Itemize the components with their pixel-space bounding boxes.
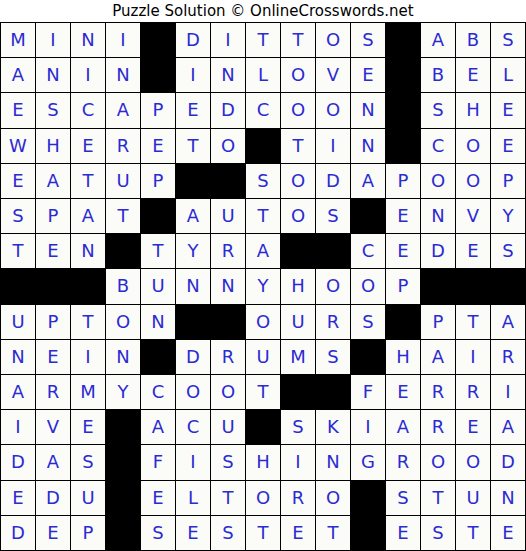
cell-r14c12: S [386,481,420,515]
cell-r4c13: C [421,129,455,163]
cell-letter: O [361,277,375,295]
cell-letter: A [362,172,374,190]
cell-letter: O [466,453,480,471]
cell-letter: T [258,207,269,225]
cell-r3c15: E [491,93,525,127]
cell-letter: F [363,383,373,401]
cell-letter: P [433,313,444,331]
cell-letter: S [362,313,373,331]
cell-r14c6: L [176,481,210,515]
cell-r3c9: O [281,93,315,127]
block-cell-r10c11 [351,340,385,374]
cell-r6c7: U [211,199,245,233]
block-cell-r11c10 [316,375,350,409]
cell-r13c9: I [281,445,315,479]
cell-r9c1: U [1,305,35,339]
cell-r9c13: P [421,305,455,339]
cell-r4c5: E [141,129,175,163]
cell-r5c15: P [491,164,525,198]
cell-letter: E [47,242,58,260]
cell-r11c12: E [386,375,420,409]
cell-r15c13: S [421,516,455,550]
cell-letter: I [470,348,475,366]
cell-letter: I [505,383,510,401]
cell-r15c9: E [281,516,315,550]
cell-r11c8: T [246,375,280,409]
cell-letter: T [83,172,94,190]
cell-letter: A [502,313,514,331]
cell-letter: O [291,101,305,119]
cell-letter: I [295,453,300,471]
block-cell-r8c15 [491,269,525,303]
cell-r15c5: S [141,516,175,550]
cell-letter: B [467,31,479,49]
cell-letter: S [362,31,373,49]
cell-letter: T [188,137,199,155]
cell-r13c11: G [351,445,385,479]
cell-letter: I [190,453,195,471]
cell-letter: A [432,348,444,366]
cell-letter: E [187,101,198,119]
cell-letter: S [502,31,513,49]
cell-letter: S [432,524,443,542]
cell-r12c2: V [36,410,70,444]
cell-letter: I [50,31,55,49]
cell-letter: T [83,313,94,331]
cell-letter: R [502,348,515,366]
cell-letter: H [396,348,410,366]
cell-letter: T [258,524,269,542]
cell-r5c11: A [351,164,385,198]
cell-r7c5: T [141,234,175,268]
cell-letter: P [153,172,164,190]
cell-letter: S [82,453,93,471]
cell-r11c7: O [211,375,245,409]
cell-r12c14: E [456,410,490,444]
block-cell-r6c11 [351,199,385,233]
cell-letter: A [152,418,164,436]
cell-letter: R [432,418,445,436]
cell-r14c14: U [456,481,490,515]
cell-letter: V [467,207,479,225]
cell-r8c8: Y [246,269,280,303]
cell-letter: G [361,453,375,471]
cell-r6c4: T [106,199,140,233]
cell-r8c7: N [211,269,245,303]
cell-letter: O [326,31,340,49]
cell-letter: E [397,242,408,260]
cell-r12c10: K [316,410,350,444]
cell-letter: O [326,489,340,507]
cell-letter: O [466,172,480,190]
cell-r11c3: M [71,375,105,409]
cell-r9c10: R [316,305,350,339]
cell-letter: D [221,101,235,119]
cell-letter: V [47,418,59,436]
cell-r9c5: N [141,305,175,339]
block-cell-r9c7 [211,305,245,339]
cell-r6c13: N [421,199,455,233]
cell-r3c1: E [1,93,35,127]
cell-letter: P [48,207,59,225]
cell-r12c3: E [71,410,105,444]
cell-r4c14: O [456,129,490,163]
cell-r5c4: U [106,164,140,198]
cell-letter: P [48,313,59,331]
cell-r10c1: N [1,340,35,374]
cell-letter: S [12,207,23,225]
cell-r7c12: E [386,234,420,268]
cell-r10c8: U [246,340,280,374]
cell-letter: E [82,137,93,155]
cell-r7c2: E [36,234,70,268]
cell-letter: O [221,137,235,155]
cell-letter: I [225,31,230,49]
cell-r4c10: I [316,129,350,163]
block-cell-r15c11 [351,516,385,550]
cell-r7c15: S [491,234,525,268]
cell-r15c14: T [456,516,490,550]
cell-r4c6: T [176,129,210,163]
cell-letter: O [466,137,480,155]
cell-letter: O [431,453,445,471]
cell-r8c9: H [281,269,315,303]
cell-r12c12: A [386,410,420,444]
cell-r13c12: R [386,445,420,479]
cell-letter: S [432,101,443,119]
cell-letter: E [152,137,163,155]
cell-letter: I [85,348,90,366]
cell-letter: L [188,489,198,507]
cell-letter: R [47,383,60,401]
cell-letter: O [326,277,340,295]
cell-r15c15: E [491,516,525,550]
cell-r4c9: T [281,129,315,163]
cell-r2c9: O [281,58,315,92]
cell-letter: E [82,418,93,436]
block-cell-r2c12 [386,58,420,92]
cell-r4c7: O [211,129,245,163]
cell-r6c12: E [386,199,420,233]
cell-r1c8: T [246,23,280,57]
cell-letter: T [328,524,339,542]
cell-r13c8: H [246,445,280,479]
cell-r10c3: I [71,340,105,374]
cell-r9c14: T [456,305,490,339]
cell-r8c6: N [176,269,210,303]
cell-letter: U [116,172,129,190]
cell-letter: O [326,101,340,119]
cell-r12c13: R [421,410,455,444]
cell-r9c9: U [281,305,315,339]
cell-letter: T [293,31,304,49]
cell-letter: Y [118,383,129,401]
block-cell-r2c5 [141,58,175,92]
block-cell-r9c12 [386,305,420,339]
block-cell-r8c1 [1,269,35,303]
cell-letter: N [46,66,59,84]
cell-letter: E [397,383,408,401]
cell-r7c13: D [421,234,455,268]
cell-r14c8: O [246,481,280,515]
cell-r3c2: S [36,93,70,127]
cell-r13c10: N [316,445,350,479]
block-cell-r12c4 [106,410,140,444]
cell-r9c4: O [106,305,140,339]
cell-letter: C [432,137,445,155]
block-cell-r14c11 [351,481,385,515]
cell-r3c11: N [351,93,385,127]
cell-r13c5: F [141,445,175,479]
cell-letter: O [291,172,305,190]
cell-letter: Y [258,277,269,295]
cell-r7c1: T [1,234,35,268]
cell-r6c15: Y [491,199,525,233]
cell-letter: U [221,418,234,436]
cell-r12c6: C [176,410,210,444]
cell-letter: E [362,66,373,84]
cell-r15c8: T [246,516,280,550]
cell-letter: H [256,453,270,471]
cell-letter: Y [188,242,199,260]
cell-r12c5: A [141,410,175,444]
cell-letter: N [221,277,234,295]
cell-letter: N [186,277,199,295]
cell-r3c14: H [456,93,490,127]
cell-r14c7: T [211,481,245,515]
cell-letter: C [187,418,200,436]
cell-letter: A [12,383,24,401]
cell-letter: W [9,137,27,155]
cell-r1c10: O [316,23,350,57]
cell-r7c7: R [211,234,245,268]
cell-r8c12: P [386,269,420,303]
cell-letter: A [432,31,444,49]
cell-r9c8: O [246,305,280,339]
cell-letter: D [431,242,445,260]
cell-r11c1: A [1,375,35,409]
cell-r10c15: R [491,340,525,374]
cell-r1c11: S [351,23,385,57]
cell-letter: N [81,31,94,49]
cell-r15c3: P [71,516,105,550]
cell-letter: E [502,137,513,155]
cell-letter: B [117,277,129,295]
cell-r9c15: A [491,305,525,339]
cell-letter: O [256,313,270,331]
puzzle-solution-page: Puzzle Solution © OnlineCrosswords.net M… [0,0,526,551]
cell-letter: Y [503,207,514,225]
cell-letter: H [466,101,480,119]
cell-letter: O [116,313,130,331]
block-cell-r1c5 [141,23,175,57]
cell-letter: H [291,277,305,295]
cell-letter: T [293,137,304,155]
cell-r5c2: A [36,164,70,198]
block-cell-r9c6 [176,305,210,339]
cell-r6c14: V [456,199,490,233]
cell-letter: E [397,207,408,225]
cell-r12c11: I [351,410,385,444]
cell-letter: E [187,524,198,542]
cell-r10c13: A [421,340,455,374]
cell-r1c13: A [421,23,455,57]
cell-r10c2: E [36,340,70,374]
cell-letter: T [468,524,479,542]
cell-r15c12: E [386,516,420,550]
cell-r7c14: E [456,234,490,268]
cell-letter: N [11,348,24,366]
cell-r3c10: O [316,93,350,127]
cell-r13c3: S [71,445,105,479]
cell-r11c13: R [421,375,455,409]
cell-letter: V [327,66,339,84]
cell-r1c6: D [176,23,210,57]
cell-r14c13: T [421,481,455,515]
cell-r4c3: E [71,129,105,163]
cell-letter: U [256,348,269,366]
cell-letter: D [46,489,60,507]
cell-letter: A [47,172,59,190]
cell-r14c1: E [1,481,35,515]
block-cell-r7c10 [316,234,350,268]
cell-letter: S [292,418,303,436]
cell-letter: A [257,242,269,260]
cell-letter: E [397,524,408,542]
cell-letter: E [12,101,23,119]
cell-letter: S [152,524,163,542]
block-cell-r8c3 [71,269,105,303]
cell-r13c7: S [211,445,245,479]
cell-letter: O [256,489,270,507]
cell-letter: R [292,489,305,507]
cell-r3c3: C [71,93,105,127]
cell-r11c15: I [491,375,525,409]
cell-letter: U [291,313,304,331]
cell-letter: N [81,242,94,260]
block-cell-r8c2 [36,269,70,303]
cell-letter: U [11,313,24,331]
cell-r13c2: A [36,445,70,479]
cell-letter: T [258,383,269,401]
cell-r8c10: O [316,269,350,303]
cell-r14c3: U [71,481,105,515]
block-cell-r6c5 [141,199,175,233]
cell-letter: C [362,242,375,260]
cell-r1c2: I [36,23,70,57]
cell-letter: N [221,66,234,84]
cell-letter: E [152,489,163,507]
cell-letter: M [80,383,96,401]
cell-letter: S [47,101,58,119]
cell-r4c4: R [106,129,140,163]
block-cell-r4c12 [386,129,420,163]
block-cell-r15c4 [106,516,140,550]
cell-r6c10: S [316,199,350,233]
cell-r3c5: P [141,93,175,127]
cell-r12c7: U [211,410,245,444]
cell-r13c6: I [176,445,210,479]
cell-letter: A [117,101,129,119]
cell-r15c1: D [1,516,35,550]
cell-r10c6: D [176,340,210,374]
cell-letter: I [15,418,20,436]
cell-letter: T [13,242,24,260]
cell-letter: L [258,66,268,84]
block-cell-r11c9 [281,375,315,409]
cell-letter: P [503,172,514,190]
cell-r13c1: D [1,445,35,479]
cell-r2c7: N [211,58,245,92]
cell-letter: S [327,207,338,225]
cell-r1c9: T [281,23,315,57]
cell-r5c5: P [141,164,175,198]
cell-letter: A [47,453,59,471]
cell-r11c6: O [176,375,210,409]
cell-r2c15: L [491,58,525,92]
cell-letter: R [327,313,340,331]
cell-letter: N [501,489,514,507]
cell-letter: D [186,31,200,49]
cell-r1c1: M [1,23,35,57]
cell-r2c4: N [106,58,140,92]
cell-letter: R [222,348,235,366]
cell-r5c8: S [246,164,280,198]
cell-letter: T [153,242,164,260]
cell-letter: D [501,453,515,471]
cell-letter: S [257,172,268,190]
cell-r2c6: I [176,58,210,92]
cell-letter: T [118,207,129,225]
cell-letter: I [120,31,125,49]
cell-letter: C [257,101,270,119]
block-cell-r5c7 [211,164,245,198]
cell-r3c4: A [106,93,140,127]
cell-r12c15: A [491,410,525,444]
cell-letter: E [12,172,23,190]
cell-r5c13: O [421,164,455,198]
cell-letter: I [190,66,195,84]
cell-r8c4: B [106,269,140,303]
cell-r8c5: U [141,269,175,303]
cell-r5c14: O [456,164,490,198]
block-cell-r3c12 [386,93,420,127]
cell-letter: E [47,348,58,366]
cell-letter: M [10,31,26,49]
cell-letter: E [502,101,513,119]
cell-r13c15: D [491,445,525,479]
block-cell-r14c4 [106,481,140,515]
cell-letter: T [258,31,269,49]
cell-r7c8: A [246,234,280,268]
cell-letter: C [152,383,165,401]
block-cell-r12c8 [246,410,280,444]
cell-letter: R [117,137,130,155]
cell-letter: S [502,242,513,260]
cell-letter: U [466,489,479,507]
cell-r2c11: E [351,58,385,92]
cell-r1c3: N [71,23,105,57]
cell-r6c2: P [36,199,70,233]
cell-letter: O [291,66,305,84]
cell-r2c3: I [71,58,105,92]
cell-r13c14: O [456,445,490,479]
cell-r4c11: N [351,129,385,163]
cell-r3c6: E [176,93,210,127]
cell-r15c2: E [36,516,70,550]
cell-letter: F [153,453,163,471]
cell-letter: I [330,137,335,155]
